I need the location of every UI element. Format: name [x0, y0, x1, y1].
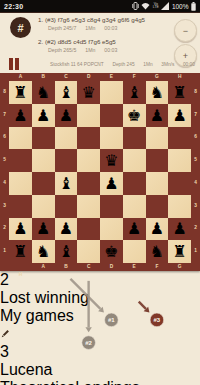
coord-label: 3: [191, 204, 200, 209]
square-f6[interactable]: [123, 127, 146, 150]
piece-a2[interactable]: ♟: [13, 219, 27, 238]
engine-line-1-moves: 1. (#3) f7g6 e5g3 c8g4 g3g4 g6f6 g4g5: [38, 16, 170, 23]
piece-b7[interactable]: ♟: [36, 106, 50, 125]
engine-status-row: Stockfish 11 64 POPCNT Depth 245 1Mn 3Mn…: [50, 62, 195, 67]
piece-b8[interactable]: ♞: [36, 83, 50, 102]
coord-label: G: [146, 73, 169, 81]
piece-b2[interactable]: ♟: [36, 219, 50, 238]
piece-h1[interactable]: ♜: [172, 242, 186, 261]
pause-engine-button[interactable]: [9, 58, 19, 70]
battery-icon: [191, 2, 196, 11]
piece-f7[interactable]: ♚: [127, 106, 141, 125]
piece-e1[interactable]: ♚: [104, 242, 118, 261]
square-g6[interactable]: [146, 127, 169, 150]
piece-h7[interactable]: ♟: [172, 106, 186, 125]
square-c6[interactable]: [55, 127, 78, 150]
square-f1[interactable]: [123, 240, 146, 263]
piece-e4[interactable]: ♟: [104, 174, 118, 193]
square-h6[interactable]: [168, 127, 191, 150]
coord-label: 5: [191, 158, 200, 163]
square-a4[interactable]: [9, 172, 32, 195]
square-c7[interactable]: ♟: [55, 104, 78, 127]
coord-label: 1: [191, 249, 200, 254]
coord-label: 2: [191, 226, 200, 231]
list-item-index: 2: [0, 271, 9, 288]
square-d6[interactable]: [77, 127, 100, 150]
square-g7[interactable]: ♟: [146, 104, 169, 127]
square-b2[interactable]: ♟: [32, 218, 55, 241]
square-c1[interactable]: ♝: [55, 240, 78, 263]
square-a3[interactable]: [9, 195, 32, 218]
square-e6[interactable]: [100, 127, 123, 150]
coord-label: 7: [0, 113, 9, 118]
square-b1[interactable]: ♞: [32, 240, 55, 263]
coord-label: 4: [0, 181, 9, 186]
piece-c1[interactable]: ♝: [59, 242, 73, 261]
square-g3[interactable]: [146, 195, 169, 218]
coord-label: H: [168, 73, 191, 81]
coord-label: 5: [0, 158, 9, 163]
list-item-index: 3: [0, 343, 9, 360]
remove-line-button[interactable]: −: [174, 19, 197, 42]
coord-label: 2: [0, 226, 9, 231]
battery-percent: 100%: [172, 3, 189, 10]
square-a8[interactable]: ♜: [9, 81, 32, 104]
piece-a8[interactable]: ♜: [13, 83, 27, 102]
engine-line-1[interactable]: 1. (#3) f7g6 e5g3 c8g4 g3g4 g6f6 g4g5 De…: [38, 16, 170, 31]
square-f2[interactable]: ♟: [123, 218, 146, 241]
square-d4[interactable]: [77, 172, 100, 195]
square-c2[interactable]: ♟: [55, 218, 78, 241]
square-e4[interactable]: ♟: [100, 172, 123, 195]
square-b7[interactable]: ♟: [32, 104, 55, 127]
coord-label: B: [32, 73, 55, 81]
file-labels-top: ABCDEFGH: [9, 73, 191, 81]
square-d5[interactable]: [77, 149, 100, 172]
square-g2[interactable]: ♟: [146, 218, 169, 241]
engine-line-2[interactable]: 2. (#2) d8d5 c4d5 f7g6 e5g5 Depth 265/51…: [38, 38, 170, 53]
coord-label: 6: [0, 135, 9, 140]
piece-c7[interactable]: ♟: [59, 106, 73, 125]
eval-badge-d5: #2: [85, 340, 92, 346]
vibrate-icon: [132, 2, 139, 10]
coord-label: F: [123, 73, 146, 81]
square-f5[interactable]: [123, 149, 146, 172]
piece-d8[interactable]: ♛: [81, 83, 95, 102]
eval-badge-g6: #3: [154, 317, 161, 323]
coord-label: 8: [0, 90, 9, 95]
piece-g1[interactable]: ♞: [150, 242, 164, 261]
square-a1[interactable]: ♜: [9, 240, 32, 263]
move-arrow-f7g6: #3: [139, 302, 164, 327]
mate-score-avatar: #: [10, 17, 31, 38]
coord-label: 6: [191, 135, 200, 140]
square-d7[interactable]: [77, 104, 100, 127]
piece-c4[interactable]: ♝: [59, 174, 73, 193]
square-b4[interactable]: [32, 172, 55, 195]
status-bar: 22:30 VoLTE 100%: [0, 0, 200, 12]
board-squares: ♜♞♝♛♝♞♜♟♟♟♚♟♟♛♝♟♟♟♟♟♟♟♜♞♝♚♞♜: [9, 81, 191, 263]
square-d3[interactable]: [77, 195, 100, 218]
square-c5[interactable]: [55, 149, 78, 172]
square-e3[interactable]: [100, 195, 123, 218]
coord-label: E: [100, 73, 123, 81]
chess-board: ABCDEFGH 87654321 ♜♞♝♛♝♞♜♟♟♟♚♟♟♛♝♟♟♟♟♟♟♟…: [0, 73, 200, 271]
piece-e5[interactable]: ♛: [104, 151, 118, 170]
square-d8[interactable]: ♛: [77, 81, 100, 104]
engine-line-1-stats: Depth 245/71Mn00:03: [38, 25, 170, 31]
piece-g8[interactable]: ♞: [150, 83, 164, 102]
square-h8[interactable]: ♜: [168, 81, 191, 104]
coord-label: D: [77, 73, 100, 81]
move-arrow-c8e6: #1: [70, 279, 118, 327]
square-f8[interactable]: ♝: [123, 81, 146, 104]
square-e2[interactable]: [100, 218, 123, 241]
square-c4[interactable]: ♝: [55, 172, 78, 195]
square-h2[interactable]: ♟: [168, 218, 191, 241]
piece-a1[interactable]: ♜: [13, 242, 27, 261]
coord-label: 4: [191, 181, 200, 186]
square-f3[interactable]: [123, 195, 146, 218]
signal-icon: [161, 2, 169, 10]
coord-label: C: [55, 73, 78, 81]
square-c3[interactable]: [55, 195, 78, 218]
engine-name: Stockfish 11 64 POPCNT: [50, 62, 104, 67]
square-a7[interactable]: ♟: [9, 104, 32, 127]
engine-line-2-stats: Depth 265/51Mn00:03: [38, 47, 170, 53]
square-e1[interactable]: ♚: [100, 240, 123, 263]
coord-label: 1: [0, 249, 9, 254]
eval-badge-e6: #1: [108, 317, 115, 323]
square-a6[interactable]: [9, 127, 32, 150]
clock: 22:30: [4, 3, 23, 10]
square-e7[interactable]: [100, 104, 123, 127]
square-h1[interactable]: ♜: [168, 240, 191, 263]
piece-f8[interactable]: ♝: [127, 83, 141, 102]
square-h7[interactable]: ♟: [168, 104, 191, 127]
square-f7[interactable]: ♚: [123, 104, 146, 127]
coord-label: 3: [0, 204, 9, 209]
square-b6[interactable]: [32, 127, 55, 150]
coord-label: A: [9, 73, 32, 81]
square-h5[interactable]: [168, 149, 191, 172]
rank-labels-right: 87654321: [191, 81, 200, 263]
square-b5[interactable]: [32, 149, 55, 172]
square-g1[interactable]: ♞: [146, 240, 169, 263]
square-h3[interactable]: [168, 195, 191, 218]
wifi-icon: [141, 2, 150, 10]
coord-label: 7: [191, 113, 200, 118]
square-b8[interactable]: ♞: [32, 81, 55, 104]
rank-labels-left: 87654321: [0, 81, 9, 263]
square-b3[interactable]: [32, 195, 55, 218]
square-g8[interactable]: ♞: [146, 81, 169, 104]
move-arrows-overlay: #1#2#3: [9, 263, 191, 385]
square-e5[interactable]: ♛: [100, 149, 123, 172]
engine-analysis-panel: # 1. (#3) f7g6 e5g3 c8g4 g3g4 g6f6 g4g5 …: [0, 12, 200, 73]
piece-f2[interactable]: ♟: [127, 219, 141, 238]
piece-h8[interactable]: ♜: [172, 83, 186, 102]
engine-line-2-moves: 2. (#2) d8d5 c4d5 f7g6 e5g5: [38, 38, 170, 45]
coord-label: 8: [191, 90, 200, 95]
piece-b1[interactable]: ♞: [36, 242, 50, 261]
square-g5[interactable]: [146, 149, 169, 172]
square-a2[interactable]: ♟: [9, 218, 32, 241]
square-a5[interactable]: [9, 149, 32, 172]
square-g4[interactable]: [146, 172, 169, 195]
square-d2[interactable]: [77, 218, 100, 241]
piece-g2[interactable]: ♟: [150, 219, 164, 238]
piece-h2[interactable]: ♟: [172, 219, 186, 238]
piece-c8[interactable]: ♝: [59, 83, 73, 102]
piece-a7[interactable]: ♟: [13, 106, 27, 125]
piece-g7[interactable]: ♟: [150, 106, 164, 125]
volte-icon: VoLTE: [153, 3, 159, 10]
square-c8[interactable]: ♝: [55, 81, 78, 104]
square-h4[interactable]: [168, 172, 191, 195]
square-e8[interactable]: [100, 81, 123, 104]
square-f4[interactable]: [123, 172, 146, 195]
square-d1[interactable]: [77, 240, 100, 263]
piece-c2[interactable]: ♟: [59, 219, 73, 238]
